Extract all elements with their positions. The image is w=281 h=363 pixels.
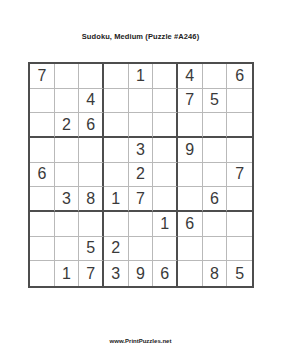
sudoku-cell: 3 bbox=[129, 138, 154, 163]
sudoku-cell bbox=[227, 237, 252, 262]
sudoku-cell: 8 bbox=[203, 261, 228, 286]
sudoku-cell bbox=[55, 138, 80, 163]
sudoku-cell bbox=[55, 237, 80, 262]
sudoku-cell bbox=[30, 89, 55, 114]
sudoku-cell: 2 bbox=[55, 113, 80, 138]
sudoku-cell: 5 bbox=[79, 237, 104, 262]
sudoku-cell bbox=[227, 212, 252, 237]
page: Sudoku, Medium (Puzzle #A246) 7146475263… bbox=[0, 0, 281, 363]
sudoku-cell bbox=[203, 138, 228, 163]
sudoku-cell bbox=[55, 64, 80, 89]
sudoku-cell bbox=[30, 113, 55, 138]
sudoku-cell: 6 bbox=[203, 187, 228, 212]
puzzle-title: Sudoku, Medium (Puzzle #A246) bbox=[0, 32, 281, 41]
sudoku-cell bbox=[55, 163, 80, 188]
sudoku-cell bbox=[79, 163, 104, 188]
sudoku-cell bbox=[153, 237, 178, 262]
sudoku-cell bbox=[55, 212, 80, 237]
sudoku-cell bbox=[178, 163, 203, 188]
sudoku-cell bbox=[227, 113, 252, 138]
sudoku-cell: 1 bbox=[129, 64, 154, 89]
sudoku-cell: 7 bbox=[129, 187, 154, 212]
sudoku-cell bbox=[30, 187, 55, 212]
sudoku-cell: 7 bbox=[30, 64, 55, 89]
sudoku-cell bbox=[153, 138, 178, 163]
sudoku-cell bbox=[129, 212, 154, 237]
sudoku-cell: 3 bbox=[55, 187, 80, 212]
sudoku-cell bbox=[30, 261, 55, 286]
sudoku-cell: 6 bbox=[153, 261, 178, 286]
sudoku-cell: 4 bbox=[178, 64, 203, 89]
sudoku-cell: 3 bbox=[104, 261, 129, 286]
sudoku-cell bbox=[129, 89, 154, 114]
sudoku-cell: 6 bbox=[178, 212, 203, 237]
sudoku-cell: 7 bbox=[178, 89, 203, 114]
sudoku-cell bbox=[104, 113, 129, 138]
sudoku-cell: 9 bbox=[129, 261, 154, 286]
sudoku-cell bbox=[203, 237, 228, 262]
sudoku-cell bbox=[203, 113, 228, 138]
sudoku-cell bbox=[178, 237, 203, 262]
sudoku-cell: 1 bbox=[55, 261, 80, 286]
sudoku-cell bbox=[79, 138, 104, 163]
sudoku-cell bbox=[129, 237, 154, 262]
sudoku-cell: 2 bbox=[104, 237, 129, 262]
sudoku-cell: 6 bbox=[79, 113, 104, 138]
sudoku-cell bbox=[153, 187, 178, 212]
sudoku-cell bbox=[153, 163, 178, 188]
sudoku-cell bbox=[104, 64, 129, 89]
sudoku-cell: 5 bbox=[227, 261, 252, 286]
sudoku-cell bbox=[203, 64, 228, 89]
sudoku-cell bbox=[55, 89, 80, 114]
sudoku-cell bbox=[30, 212, 55, 237]
sudoku-cell bbox=[178, 113, 203, 138]
sudoku-cell bbox=[153, 113, 178, 138]
sudoku-cell bbox=[30, 237, 55, 262]
sudoku-cell: 1 bbox=[104, 187, 129, 212]
sudoku-cell: 1 bbox=[153, 212, 178, 237]
sudoku-cell: 6 bbox=[30, 163, 55, 188]
sudoku-cell: 4 bbox=[79, 89, 104, 114]
sudoku-cell bbox=[79, 64, 104, 89]
sudoku-cell bbox=[104, 212, 129, 237]
sudoku-cell: 2 bbox=[129, 163, 154, 188]
sudoku-cell: 9 bbox=[178, 138, 203, 163]
sudoku-cell bbox=[178, 187, 203, 212]
sudoku-cell bbox=[227, 89, 252, 114]
sudoku-cell: 7 bbox=[227, 163, 252, 188]
sudoku-cell bbox=[178, 261, 203, 286]
sudoku-cell bbox=[104, 163, 129, 188]
sudoku-cell bbox=[79, 212, 104, 237]
sudoku-cell: 6 bbox=[227, 64, 252, 89]
sudoku-cell bbox=[30, 138, 55, 163]
sudoku-board: 714647526396273817616521739685 bbox=[28, 62, 254, 288]
sudoku-cell bbox=[227, 138, 252, 163]
sudoku-cell bbox=[227, 187, 252, 212]
sudoku-cell bbox=[153, 89, 178, 114]
sudoku-cell: 8 bbox=[79, 187, 104, 212]
sudoku-cell bbox=[129, 113, 154, 138]
sudoku-cell: 7 bbox=[79, 261, 104, 286]
sudoku-cell bbox=[104, 89, 129, 114]
sudoku-cell: 5 bbox=[203, 89, 228, 114]
sudoku-cell bbox=[203, 163, 228, 188]
sudoku-cell bbox=[203, 212, 228, 237]
footer-url: www.PrintPuzzles.net bbox=[0, 338, 281, 344]
sudoku-cell bbox=[153, 64, 178, 89]
sudoku-cell bbox=[104, 138, 129, 163]
